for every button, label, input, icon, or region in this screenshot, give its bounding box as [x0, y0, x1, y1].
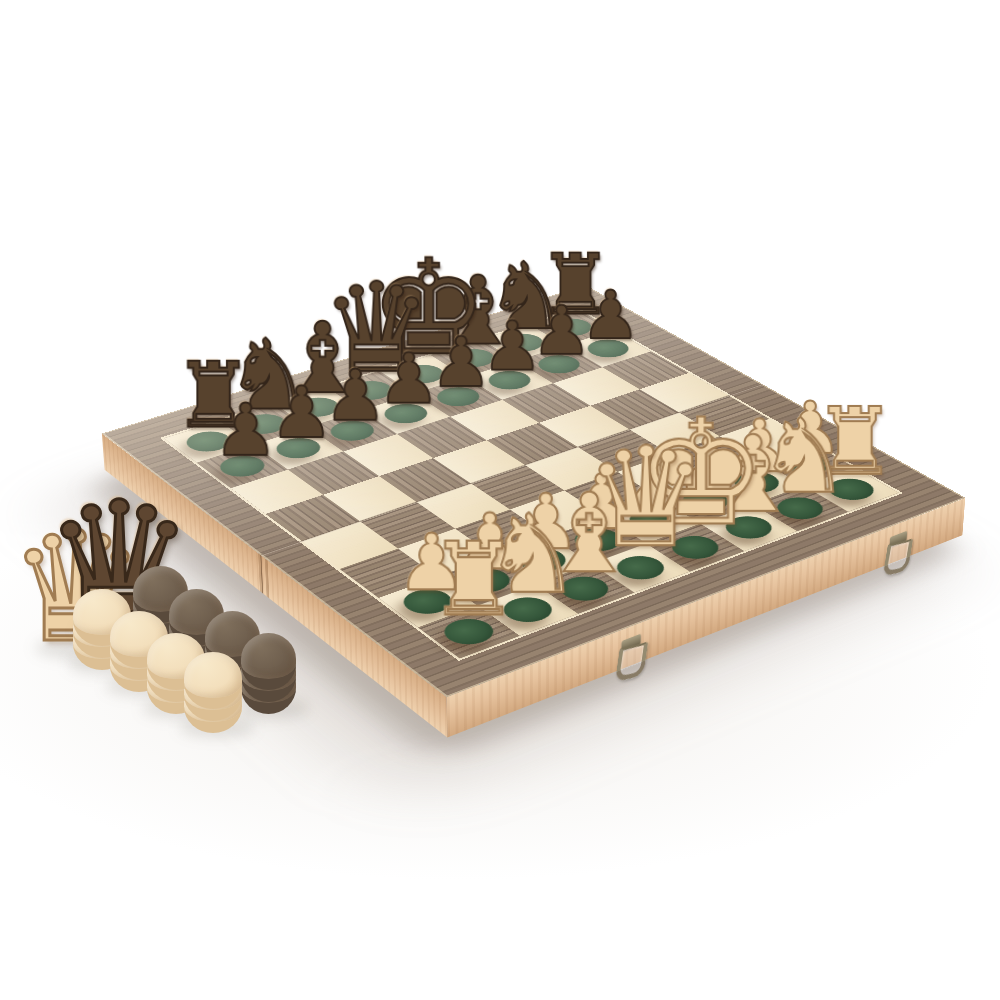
checker-disc-dark — [241, 633, 296, 690]
piece-white-rook-a1[interactable]: ♜ — [428, 534, 519, 627]
checkers-stack-light-4[interactable] — [184, 663, 242, 733]
piece-black-pawn-a7[interactable]: ♟ — [213, 397, 277, 463]
piece-black-pawn-c7[interactable]: ♟ — [324, 363, 387, 428]
square-a1[interactable]: ♜ — [418, 606, 519, 659]
product-photo-scene: ♜♞♝♛♚♝♞♜♟♟♟♟♟♟♟♟♟♟♟♟♟♟♟♟♜♞♝♛♚♝♞♜ ♛♛ — [0, 0, 1000, 1000]
piece-black-pawn-b7[interactable]: ♟ — [269, 380, 333, 445]
checker-disc-light — [184, 652, 242, 709]
checkers-stack-dark-4[interactable] — [241, 644, 296, 714]
piece-black-pawn-d7[interactable]: ♟ — [378, 347, 440, 411]
